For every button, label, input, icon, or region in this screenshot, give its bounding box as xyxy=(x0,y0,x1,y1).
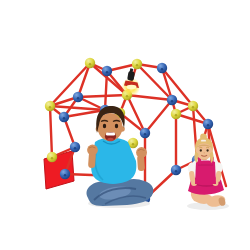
girl-hairband xyxy=(201,140,206,142)
flashlight-lens xyxy=(127,85,137,89)
girl-bib xyxy=(195,161,216,185)
boy-left-eye xyxy=(103,124,106,129)
boy-tongue xyxy=(107,138,113,142)
fort-scene xyxy=(0,0,250,250)
flashlight xyxy=(122,68,141,96)
girl-left-eye xyxy=(200,149,202,151)
boy-teeth xyxy=(106,133,115,136)
girl-topknot xyxy=(200,134,207,141)
girl-nose xyxy=(204,152,205,153)
boy-left-fist xyxy=(87,145,98,156)
product-photo xyxy=(0,0,250,250)
boy-figure xyxy=(87,106,154,208)
boy-right-fist xyxy=(136,147,147,158)
boy-right-eye xyxy=(115,124,118,129)
girl-right-eye xyxy=(206,149,208,151)
girl-shin xyxy=(195,194,213,204)
